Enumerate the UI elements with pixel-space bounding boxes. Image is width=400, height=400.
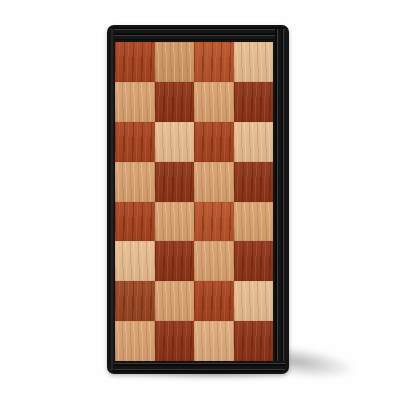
board-square [115,321,155,361]
frame-right-molding [275,29,287,370]
board-square [194,202,234,242]
board-square [194,122,234,162]
folded-chess-board [107,25,289,374]
board-square [115,202,155,242]
board-square [155,321,195,361]
board-square [194,241,234,281]
board-square [155,281,195,321]
frame-top-molding [110,27,286,40]
board-square [234,162,274,202]
board-square [115,42,155,82]
board-square [155,241,195,281]
board-square [155,162,195,202]
board-square [234,281,274,321]
frame-left-edge [109,29,114,370]
board-square [234,82,274,122]
board-square [194,82,234,122]
board-square [155,122,195,162]
board-square [194,162,234,202]
checkerboard-playfield [115,42,273,361]
board-square [234,122,274,162]
board-square [234,321,274,361]
board-square [115,281,155,321]
board-square [234,202,274,242]
board-square [234,241,274,281]
board-square [155,82,195,122]
frame-bottom-molding [110,361,286,372]
board-square [115,241,155,281]
board-square [194,281,234,321]
board-square [115,122,155,162]
product-photo-stage [0,0,400,400]
board-square [155,42,195,82]
board-square [234,42,274,82]
board-square [115,162,155,202]
board-square [155,202,195,242]
board-square [194,42,234,82]
board-square [194,321,234,361]
board-square [115,82,155,122]
